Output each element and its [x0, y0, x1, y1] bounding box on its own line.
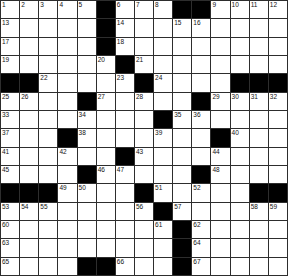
white-cell[interactable] [135, 221, 154, 239]
white-cell[interactable]: 34 [78, 111, 97, 129]
white-cell[interactable] [154, 56, 173, 74]
white-cell[interactable] [97, 148, 116, 166]
white-cell[interactable]: 57 [173, 203, 192, 221]
white-cell[interactable] [211, 184, 230, 202]
white-cell[interactable]: 15 [173, 19, 192, 37]
white-cell[interactable] [39, 19, 58, 37]
white-cell[interactable] [231, 38, 250, 56]
clue-number: 33 [2, 111, 9, 119]
clue-number: 67 [193, 258, 200, 266]
clue-number: 10 [232, 1, 239, 9]
white-cell[interactable] [192, 74, 211, 92]
clue-number: 16 [193, 19, 200, 27]
white-cell[interactable]: 27 [97, 93, 116, 111]
white-cell[interactable] [250, 166, 269, 184]
white-cell[interactable] [154, 258, 173, 276]
clue-number: 41 [2, 148, 9, 156]
white-cell[interactable] [192, 38, 211, 56]
white-cell[interactable] [39, 38, 58, 56]
clue-number: 1 [2, 1, 6, 9]
white-cell[interactable] [269, 166, 288, 184]
white-cell[interactable]: 66 [116, 258, 135, 276]
white-cell[interactable] [58, 56, 77, 74]
white-cell[interactable]: 48 [211, 166, 230, 184]
white-cell[interactable] [116, 111, 135, 129]
white-cell[interactable]: 64 [192, 239, 211, 257]
black-cell [250, 74, 269, 92]
black-cell [78, 258, 97, 276]
white-cell[interactable]: 18 [116, 38, 135, 56]
white-cell[interactable] [78, 19, 97, 37]
clue-number: 22 [40, 74, 47, 82]
clue-number: 63 [2, 239, 9, 247]
white-cell[interactable] [78, 239, 97, 257]
black-cell [173, 1, 192, 19]
white-cell[interactable]: 25 [1, 93, 20, 111]
white-cell[interactable] [97, 203, 116, 221]
clue-number: 7 [136, 1, 140, 9]
white-cell[interactable] [78, 221, 97, 239]
white-cell[interactable] [250, 56, 269, 74]
white-cell[interactable] [39, 93, 58, 111]
white-cell[interactable]: 43 [135, 148, 154, 166]
clue-number: 30 [232, 93, 239, 101]
clue-number: 37 [2, 129, 9, 137]
white-cell[interactable] [20, 38, 39, 56]
white-cell[interactable] [192, 148, 211, 166]
black-cell [116, 148, 135, 166]
white-cell[interactable]: 46 [97, 166, 116, 184]
white-cell[interactable] [78, 74, 97, 92]
white-cell[interactable] [58, 74, 77, 92]
white-cell[interactable] [58, 203, 77, 221]
white-cell[interactable]: 11 [250, 1, 269, 19]
clue-number: 36 [193, 111, 200, 119]
white-cell[interactable] [154, 166, 173, 184]
white-cell[interactable] [39, 166, 58, 184]
clue-number: 18 [117, 38, 124, 46]
white-cell[interactable] [20, 166, 39, 184]
clue-number: 35 [174, 111, 181, 119]
white-cell[interactable] [231, 221, 250, 239]
white-cell[interactable] [269, 129, 288, 147]
white-cell[interactable] [97, 221, 116, 239]
clue-number: 55 [40, 203, 47, 211]
black-cell [97, 38, 116, 56]
white-cell[interactable] [116, 221, 135, 239]
clue-number: 65 [2, 258, 9, 266]
white-cell[interactable] [173, 166, 192, 184]
white-cell[interactable]: 53 [1, 203, 20, 221]
white-cell[interactable] [39, 239, 58, 257]
white-cell[interactable]: 24 [154, 74, 173, 92]
white-cell[interactable] [20, 111, 39, 129]
clue-number: 47 [117, 166, 124, 174]
black-cell [58, 129, 77, 147]
white-cell[interactable]: 35 [173, 111, 192, 129]
clue-number: 20 [98, 56, 105, 64]
clue-number: 11 [251, 1, 258, 9]
white-cell[interactable] [211, 221, 230, 239]
white-cell[interactable] [173, 129, 192, 147]
white-cell[interactable]: 47 [116, 166, 135, 184]
white-cell[interactable]: 22 [39, 74, 58, 92]
white-cell[interactable] [58, 111, 77, 129]
white-cell[interactable]: 26 [20, 93, 39, 111]
white-cell[interactable] [154, 148, 173, 166]
white-cell[interactable]: 12 [269, 1, 288, 19]
white-cell[interactable] [231, 258, 250, 276]
clue-number: 9 [212, 1, 216, 9]
white-cell[interactable] [192, 56, 211, 74]
white-cell[interactable]: 28 [135, 93, 154, 111]
white-cell[interactable]: 67 [192, 258, 211, 276]
white-cell[interactable] [39, 111, 58, 129]
black-cell [78, 93, 97, 111]
clue-number: 46 [98, 166, 105, 174]
clue-number: 29 [212, 93, 219, 101]
white-cell[interactable]: 13 [1, 19, 20, 37]
white-cell[interactable] [39, 148, 58, 166]
clue-number: 13 [2, 19, 9, 27]
white-cell[interactable]: 7 [135, 1, 154, 19]
white-cell[interactable] [154, 19, 173, 37]
white-cell[interactable] [231, 203, 250, 221]
white-cell[interactable] [78, 148, 97, 166]
black-cell [154, 203, 173, 221]
white-cell[interactable] [173, 56, 192, 74]
clue-number: 12 [270, 1, 277, 9]
black-cell [20, 184, 39, 202]
black-cell [135, 74, 154, 92]
clue-number: 28 [136, 93, 143, 101]
white-cell[interactable] [39, 258, 58, 276]
black-cell [173, 258, 192, 276]
white-cell[interactable] [250, 19, 269, 37]
white-cell[interactable]: 36 [192, 111, 211, 129]
white-cell[interactable]: 29 [211, 93, 230, 111]
black-cell [154, 111, 173, 129]
clue-number: 2 [21, 1, 25, 9]
white-cell[interactable] [78, 203, 97, 221]
black-cell [20, 74, 39, 92]
clue-number: 43 [136, 148, 143, 156]
white-cell[interactable] [116, 129, 135, 147]
white-cell[interactable]: 54 [20, 203, 39, 221]
black-cell [269, 74, 288, 92]
white-cell[interactable] [192, 203, 211, 221]
white-cell[interactable]: 6 [116, 1, 135, 19]
white-cell[interactable]: 31 [250, 93, 269, 111]
clue-number: 64 [193, 239, 200, 247]
black-cell [173, 221, 192, 239]
white-cell[interactable] [211, 56, 230, 74]
white-cell[interactable]: 45 [1, 166, 20, 184]
white-cell[interactable]: 40 [231, 129, 250, 147]
white-cell[interactable] [250, 258, 269, 276]
white-cell[interactable] [269, 239, 288, 257]
white-cell[interactable]: 59 [269, 203, 288, 221]
clue-number: 52 [193, 184, 200, 192]
white-cell[interactable] [20, 129, 39, 147]
black-cell [192, 93, 211, 111]
clue-number: 27 [98, 93, 105, 101]
white-cell[interactable]: 55 [39, 203, 58, 221]
clue-number: 45 [2, 166, 9, 174]
white-cell[interactable] [250, 38, 269, 56]
black-cell [1, 74, 20, 92]
black-cell [269, 184, 288, 202]
black-cell [250, 184, 269, 202]
white-cell[interactable]: 65 [1, 258, 20, 276]
white-cell[interactable] [135, 239, 154, 257]
white-cell[interactable]: 21 [135, 56, 154, 74]
white-cell[interactable] [211, 258, 230, 276]
white-cell[interactable]: 9 [211, 1, 230, 19]
clue-number: 15 [174, 19, 181, 27]
white-cell[interactable]: 17 [1, 38, 20, 56]
clue-number: 38 [79, 129, 86, 137]
white-cell[interactable] [116, 203, 135, 221]
white-cell[interactable]: 32 [269, 93, 288, 111]
clue-number: 25 [2, 93, 9, 101]
clue-number: 56 [136, 203, 143, 211]
white-cell[interactable] [135, 166, 154, 184]
white-cell[interactable]: 61 [154, 221, 173, 239]
clue-number: 5 [79, 1, 83, 9]
white-cell[interactable] [58, 166, 77, 184]
black-cell [97, 1, 116, 19]
black-cell [116, 56, 135, 74]
white-cell[interactable] [97, 74, 116, 92]
white-cell[interactable] [173, 148, 192, 166]
black-cell [97, 258, 116, 276]
white-cell[interactable] [211, 203, 230, 221]
white-cell[interactable] [58, 258, 77, 276]
black-cell [173, 239, 192, 257]
black-cell [97, 19, 116, 37]
white-cell[interactable]: 16 [192, 19, 211, 37]
white-cell[interactable] [135, 258, 154, 276]
white-cell[interactable] [192, 129, 211, 147]
white-cell[interactable]: 49 [58, 184, 77, 202]
white-cell[interactable] [211, 74, 230, 92]
white-cell[interactable]: 14 [116, 19, 135, 37]
white-cell[interactable] [20, 56, 39, 74]
white-cell[interactable] [250, 221, 269, 239]
clue-number: 23 [117, 74, 124, 82]
white-cell[interactable] [269, 148, 288, 166]
white-cell[interactable] [231, 166, 250, 184]
white-cell[interactable] [211, 19, 230, 37]
white-cell[interactable]: 52 [192, 184, 211, 202]
white-cell[interactable] [39, 221, 58, 239]
clue-number: 17 [2, 38, 9, 46]
white-cell[interactable] [78, 56, 97, 74]
white-cell[interactable] [154, 38, 173, 56]
white-cell[interactable]: 5 [78, 1, 97, 19]
black-cell [1, 184, 20, 202]
clue-number: 3 [40, 1, 44, 9]
white-cell[interactable]: 4 [58, 1, 77, 19]
clue-number: 53 [2, 203, 9, 211]
white-cell[interactable] [78, 38, 97, 56]
white-cell[interactable] [116, 93, 135, 111]
white-cell[interactable]: 20 [97, 56, 116, 74]
white-cell[interactable] [250, 111, 269, 129]
white-cell[interactable] [231, 184, 250, 202]
clue-number: 66 [117, 258, 124, 266]
clue-number: 21 [136, 56, 143, 64]
black-cell [39, 184, 58, 202]
clue-number: 39 [155, 129, 162, 137]
white-cell[interactable] [39, 129, 58, 147]
white-cell[interactable] [97, 184, 116, 202]
white-cell[interactable] [250, 239, 269, 257]
white-cell[interactable] [269, 56, 288, 74]
clue-number: 60 [2, 221, 9, 229]
white-cell[interactable] [173, 93, 192, 111]
crossword-board: 1234567891011121314151617181920212223242… [0, 0, 288, 276]
white-cell[interactable] [135, 129, 154, 147]
white-cell[interactable]: 60 [1, 221, 20, 239]
white-cell[interactable] [231, 239, 250, 257]
white-cell[interactable] [58, 19, 77, 37]
clue-number: 32 [270, 93, 277, 101]
clue-number: 34 [79, 111, 86, 119]
white-cell[interactable] [211, 38, 230, 56]
white-cell[interactable] [231, 19, 250, 37]
white-cell[interactable]: 42 [58, 148, 77, 166]
white-cell[interactable] [20, 19, 39, 37]
clue-number: 48 [212, 166, 219, 174]
black-cell [211, 129, 230, 147]
clue-number: 61 [155, 221, 162, 229]
white-cell[interactable]: 51 [154, 184, 173, 202]
clue-number: 19 [2, 56, 9, 64]
clue-number: 49 [59, 184, 66, 192]
clue-number: 62 [193, 221, 200, 229]
white-cell[interactable] [154, 93, 173, 111]
white-cell[interactable] [231, 111, 250, 129]
white-cell[interactable]: 8 [154, 1, 173, 19]
black-cell [192, 1, 211, 19]
white-cell[interactable] [20, 239, 39, 257]
clue-number: 58 [251, 203, 258, 211]
white-cell[interactable] [154, 239, 173, 257]
white-cell[interactable]: 63 [1, 239, 20, 257]
white-cell[interactable]: 37 [1, 129, 20, 147]
white-cell[interactable] [173, 74, 192, 92]
black-cell [135, 184, 154, 202]
white-cell[interactable]: 23 [116, 74, 135, 92]
clue-number: 57 [174, 203, 181, 211]
white-cell[interactable] [231, 148, 250, 166]
black-cell [231, 74, 250, 92]
black-cell [78, 166, 97, 184]
white-cell[interactable] [211, 239, 230, 257]
white-cell[interactable] [58, 221, 77, 239]
white-cell[interactable] [269, 221, 288, 239]
white-cell[interactable] [135, 38, 154, 56]
clue-number: 14 [117, 19, 124, 27]
clue-number: 6 [117, 1, 121, 9]
white-cell[interactable] [269, 38, 288, 56]
white-cell[interactable] [39, 56, 58, 74]
white-cell[interactable]: 30 [231, 93, 250, 111]
clue-number: 51 [155, 184, 162, 192]
white-cell[interactable] [250, 148, 269, 166]
white-cell[interactable] [116, 184, 135, 202]
white-cell[interactable] [116, 239, 135, 257]
white-cell[interactable] [58, 38, 77, 56]
clue-number: 44 [212, 148, 219, 156]
white-cell[interactable]: 39 [154, 129, 173, 147]
white-cell[interactable] [97, 111, 116, 129]
white-cell[interactable]: 62 [192, 221, 211, 239]
white-cell[interactable] [20, 148, 39, 166]
clue-number: 42 [59, 148, 66, 156]
white-cell[interactable] [58, 93, 77, 111]
white-cell[interactable]: 2 [20, 1, 39, 19]
white-cell[interactable] [269, 258, 288, 276]
white-cell[interactable] [173, 38, 192, 56]
white-cell[interactable]: 33 [1, 111, 20, 129]
clue-number: 26 [21, 93, 28, 101]
white-cell[interactable]: 41 [1, 148, 20, 166]
clue-number: 54 [21, 203, 28, 211]
white-cell[interactable] [20, 258, 39, 276]
clue-number: 24 [155, 74, 162, 82]
clue-number: 50 [79, 184, 86, 192]
clue-number: 4 [59, 1, 63, 9]
white-cell[interactable] [269, 111, 288, 129]
white-cell[interactable]: 19 [1, 56, 20, 74]
white-cell[interactable]: 10 [231, 1, 250, 19]
white-cell[interactable]: 58 [250, 203, 269, 221]
clue-number: 59 [270, 203, 277, 211]
black-cell [192, 166, 211, 184]
white-cell[interactable]: 1 [1, 1, 20, 19]
white-cell[interactable]: 50 [78, 184, 97, 202]
white-cell[interactable] [20, 221, 39, 239]
white-cell[interactable] [211, 111, 230, 129]
clue-number: 31 [251, 93, 258, 101]
white-cell[interactable]: 38 [78, 129, 97, 147]
white-cell[interactable] [269, 19, 288, 37]
white-cell[interactable]: 3 [39, 1, 58, 19]
white-cell[interactable] [135, 111, 154, 129]
white-cell[interactable] [58, 239, 77, 257]
white-cell[interactable]: 56 [135, 203, 154, 221]
clue-number: 40 [232, 129, 239, 137]
white-cell[interactable] [135, 19, 154, 37]
white-cell[interactable]: 44 [211, 148, 230, 166]
white-cell[interactable] [97, 129, 116, 147]
white-cell[interactable] [173, 184, 192, 202]
clue-number: 8 [155, 1, 159, 9]
white-cell[interactable] [97, 239, 116, 257]
white-cell[interactable] [231, 56, 250, 74]
white-cell[interactable] [250, 129, 269, 147]
